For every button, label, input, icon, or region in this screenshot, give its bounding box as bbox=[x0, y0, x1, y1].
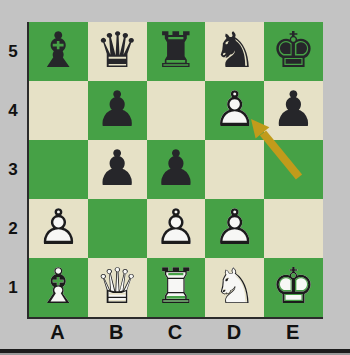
rank-label-1: 1 bbox=[0, 278, 26, 298]
square-a4[interactable] bbox=[29, 81, 88, 140]
black-piece-glyph: ♟ bbox=[95, 84, 139, 133]
white-piece-outline: ♙ bbox=[213, 84, 257, 133]
square-e2[interactable] bbox=[264, 199, 323, 258]
square-a5[interactable]: ♝ bbox=[29, 22, 88, 81]
piece-white-pawn-a2[interactable]: ♟♙ bbox=[29, 199, 88, 258]
square-d5[interactable]: ♞ bbox=[205, 22, 264, 81]
piece-black-pawn-e4[interactable]: ♟ bbox=[264, 81, 323, 140]
black-piece-glyph: ♟ bbox=[95, 143, 139, 192]
square-b4[interactable]: ♟ bbox=[88, 81, 147, 140]
file-label-b: B bbox=[87, 321, 146, 344]
white-piece-outline: ♖ bbox=[154, 261, 198, 310]
square-b1[interactable]: ♛♕ bbox=[88, 258, 147, 317]
file-label-d: D bbox=[204, 321, 263, 344]
square-a2[interactable]: ♟♙ bbox=[29, 199, 88, 258]
white-piece-outline: ♕ bbox=[95, 261, 139, 310]
square-c3[interactable]: ♟ bbox=[147, 140, 206, 199]
piece-white-pawn-d2[interactable]: ♟♙ bbox=[205, 199, 264, 258]
white-piece-outline: ♗ bbox=[36, 261, 80, 310]
black-piece-glyph: ♛ bbox=[95, 25, 139, 74]
piece-black-pawn-c3[interactable]: ♟ bbox=[147, 140, 206, 199]
square-e3[interactable] bbox=[264, 140, 323, 199]
piece-black-rook-c5[interactable]: ♜ bbox=[147, 22, 206, 81]
black-piece-glyph: ♞ bbox=[213, 25, 257, 74]
white-piece-outline: ♙ bbox=[213, 202, 257, 251]
black-piece-glyph: ♟ bbox=[272, 84, 316, 133]
rank-label-3: 3 bbox=[0, 160, 26, 180]
piece-black-pawn-b3[interactable]: ♟ bbox=[88, 140, 147, 199]
black-piece-glyph: ♟ bbox=[154, 143, 198, 192]
square-d1[interactable]: ♞♘ bbox=[205, 258, 264, 317]
piece-white-rook-c1[interactable]: ♜♖ bbox=[147, 258, 206, 317]
square-b2[interactable] bbox=[88, 199, 147, 258]
black-piece-glyph: ♝ bbox=[36, 25, 80, 74]
square-b3[interactable]: ♟ bbox=[88, 140, 147, 199]
square-d4[interactable]: ♟♙ bbox=[205, 81, 264, 140]
white-piece-outline: ♙ bbox=[154, 202, 198, 251]
white-piece-outline: ♘ bbox=[213, 261, 257, 310]
black-piece-glyph: ♚ bbox=[272, 25, 316, 74]
piece-white-knight-d1[interactable]: ♞♘ bbox=[205, 258, 264, 317]
rank-label-4: 4 bbox=[0, 101, 26, 121]
file-label-a: A bbox=[28, 321, 87, 344]
square-c1[interactable]: ♜♖ bbox=[147, 258, 206, 317]
square-b5[interactable]: ♛ bbox=[88, 22, 147, 81]
piece-white-queen-b1[interactable]: ♛♕ bbox=[88, 258, 147, 317]
white-piece-outline: ♙ bbox=[36, 202, 80, 251]
piece-white-bishop-a1[interactable]: ♝♗ bbox=[29, 258, 88, 317]
rank-label-2: 2 bbox=[0, 219, 26, 239]
square-d2[interactable]: ♟♙ bbox=[205, 199, 264, 258]
minichess-board: ♝♛♜♞♚♟♟♙♟♟♟♟♙♟♙♟♙♝♗♛♕♜♖♞♘♚♔ bbox=[27, 22, 323, 319]
square-c4[interactable] bbox=[147, 81, 206, 140]
file-label-c: C bbox=[146, 321, 205, 344]
square-e1[interactable]: ♚♔ bbox=[264, 258, 323, 317]
square-c5[interactable]: ♜ bbox=[147, 22, 206, 81]
piece-black-pawn-b4[interactable]: ♟ bbox=[88, 81, 147, 140]
piece-white-pawn-c2[interactable]: ♟♙ bbox=[147, 199, 206, 258]
white-piece-outline: ♔ bbox=[272, 261, 316, 310]
black-piece-glyph: ♜ bbox=[154, 25, 198, 74]
piece-black-knight-d5[interactable]: ♞ bbox=[205, 22, 264, 81]
piece-white-king-e1[interactable]: ♚♔ bbox=[264, 258, 323, 317]
square-c2[interactable]: ♟♙ bbox=[147, 199, 206, 258]
square-a1[interactable]: ♝♗ bbox=[29, 258, 88, 317]
square-a3[interactable] bbox=[29, 140, 88, 199]
piece-white-pawn-d4[interactable]: ♟♙ bbox=[205, 81, 264, 140]
square-e4[interactable]: ♟ bbox=[264, 81, 323, 140]
file-label-e: E bbox=[263, 321, 322, 344]
rank-label-5: 5 bbox=[0, 42, 26, 62]
square-e5[interactable]: ♚ bbox=[264, 22, 323, 81]
piece-black-bishop-a5[interactable]: ♝ bbox=[29, 22, 88, 81]
piece-black-queen-b5[interactable]: ♛ bbox=[88, 22, 147, 81]
square-d3[interactable] bbox=[205, 140, 264, 199]
chess-app-window: ♝♛♜♞♚♟♟♙♟♟♟♟♙♟♙♟♙♝♗♛♕♜♖♞♘♚♔ 54321 ABCDE bbox=[0, 0, 350, 355]
piece-black-king-e5[interactable]: ♚ bbox=[264, 22, 323, 81]
